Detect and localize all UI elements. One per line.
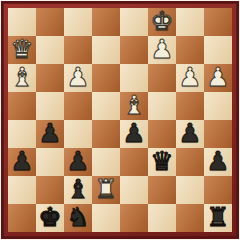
square-d4[interactable] [92, 120, 120, 148]
white-queen-piece[interactable]: ♛ [10, 36, 33, 63]
square-h4[interactable] [204, 120, 232, 148]
square-g7[interactable] [176, 36, 204, 64]
white-pawn-piece[interactable]: ♟ [66, 64, 89, 91]
square-b4[interactable]: ♟ [36, 120, 64, 148]
white-king-piece[interactable]: ♚ [150, 8, 173, 35]
square-a8[interactable] [8, 8, 36, 36]
square-g3[interactable] [176, 148, 204, 176]
diagram-canvas: ♚♛♟♝♟♟♟♝♟♟♟♟♟♛♟♝♜♚♞♜ [0, 0, 240, 240]
white-pawn-piece[interactable]: ♟ [150, 36, 173, 63]
square-h6[interactable]: ♟ [204, 64, 232, 92]
square-d8[interactable] [92, 8, 120, 36]
square-d6[interactable] [92, 64, 120, 92]
square-h5[interactable] [204, 92, 232, 120]
square-f3[interactable]: ♛ [148, 148, 176, 176]
square-c7[interactable] [64, 36, 92, 64]
white-rook-piece[interactable]: ♜ [94, 176, 117, 203]
black-pawn-piece[interactable]: ♟ [178, 120, 201, 147]
square-e7[interactable] [120, 36, 148, 64]
square-a7[interactable]: ♛ [8, 36, 36, 64]
square-a5[interactable] [8, 92, 36, 120]
black-rook-piece[interactable]: ♜ [206, 204, 229, 231]
square-a4[interactable] [8, 120, 36, 148]
square-h2[interactable] [204, 176, 232, 204]
square-f4[interactable] [148, 120, 176, 148]
square-c1[interactable]: ♞ [64, 204, 92, 232]
square-f7[interactable]: ♟ [148, 36, 176, 64]
square-e8[interactable] [120, 8, 148, 36]
square-g8[interactable] [176, 8, 204, 36]
black-pawn-piece[interactable]: ♟ [66, 148, 89, 175]
square-h1[interactable]: ♜ [204, 204, 232, 232]
black-king-piece[interactable]: ♚ [38, 204, 61, 231]
square-g5[interactable] [176, 92, 204, 120]
square-c6[interactable]: ♟ [64, 64, 92, 92]
square-b1[interactable]: ♚ [36, 204, 64, 232]
square-e5[interactable]: ♝ [120, 92, 148, 120]
square-e2[interactable] [120, 176, 148, 204]
square-e6[interactable] [120, 64, 148, 92]
square-b8[interactable] [36, 8, 64, 36]
white-pawn-piece[interactable]: ♟ [206, 64, 229, 91]
white-pawn-piece[interactable]: ♟ [178, 64, 201, 91]
square-b2[interactable] [36, 176, 64, 204]
square-h3[interactable]: ♟ [204, 148, 232, 176]
black-pawn-piece[interactable]: ♟ [206, 148, 229, 175]
square-g2[interactable] [176, 176, 204, 204]
square-f5[interactable] [148, 92, 176, 120]
square-a6[interactable]: ♝ [8, 64, 36, 92]
square-a2[interactable] [8, 176, 36, 204]
square-b3[interactable] [36, 148, 64, 176]
square-f8[interactable]: ♚ [148, 8, 176, 36]
square-a1[interactable] [8, 204, 36, 232]
square-e3[interactable] [120, 148, 148, 176]
square-a3[interactable]: ♟ [8, 148, 36, 176]
square-b7[interactable] [36, 36, 64, 64]
square-f1[interactable] [148, 204, 176, 232]
square-g1[interactable] [176, 204, 204, 232]
square-d2[interactable]: ♜ [92, 176, 120, 204]
black-pawn-piece[interactable]: ♟ [122, 120, 145, 147]
square-c3[interactable]: ♟ [64, 148, 92, 176]
white-bishop-piece[interactable]: ♝ [122, 92, 145, 119]
square-h7[interactable] [204, 36, 232, 64]
square-d3[interactable] [92, 148, 120, 176]
white-bishop-piece[interactable]: ♝ [10, 64, 33, 91]
black-pawn-piece[interactable]: ♟ [10, 148, 33, 175]
square-f2[interactable] [148, 176, 176, 204]
black-knight-piece[interactable]: ♞ [66, 204, 89, 231]
square-c8[interactable] [64, 8, 92, 36]
square-g6[interactable]: ♟ [176, 64, 204, 92]
square-e1[interactable] [120, 204, 148, 232]
square-f6[interactable] [148, 64, 176, 92]
square-c2[interactable]: ♝ [64, 176, 92, 204]
black-pawn-piece[interactable]: ♟ [38, 120, 61, 147]
square-b6[interactable] [36, 64, 64, 92]
square-g4[interactable]: ♟ [176, 120, 204, 148]
square-d1[interactable] [92, 204, 120, 232]
black-bishop-piece[interactable]: ♝ [66, 176, 89, 203]
square-d5[interactable] [92, 92, 120, 120]
black-queen-piece[interactable]: ♛ [150, 148, 173, 175]
square-h8[interactable] [204, 8, 232, 36]
square-c4[interactable] [64, 120, 92, 148]
square-d7[interactable] [92, 36, 120, 64]
square-e4[interactable]: ♟ [120, 120, 148, 148]
chess-board: ♚♛♟♝♟♟♟♝♟♟♟♟♟♛♟♝♜♚♞♜ [8, 8, 232, 232]
square-b5[interactable] [36, 92, 64, 120]
square-c5[interactable] [64, 92, 92, 120]
chess-board-frame: ♚♛♟♝♟♟♟♝♟♟♟♟♟♛♟♝♜♚♞♜ [1, 1, 239, 239]
